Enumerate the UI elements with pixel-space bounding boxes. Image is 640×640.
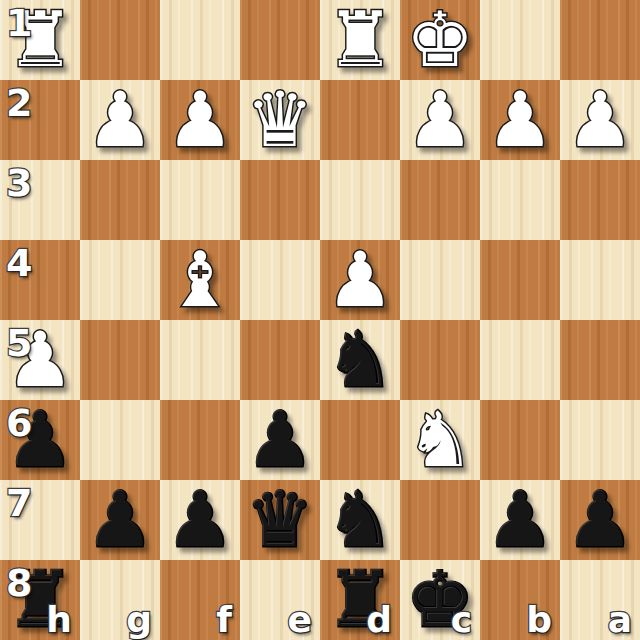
rank-label-8: 8 (6, 564, 32, 602)
piece-white-pawn[interactable]: ♟ (320, 240, 400, 320)
chess-board: 1♜♜♚2♟♟♛♟♟♟34♝♟5♟♞6♟♟♞7♟♟♛♞♟♟8h♜gfed♜c♚b… (0, 0, 640, 640)
square-a5[interactable] (560, 320, 640, 400)
piece-white-king[interactable]: ♚ (400, 0, 480, 80)
square-c4[interactable] (400, 240, 480, 320)
square-c1[interactable]: ♚ (400, 0, 480, 80)
square-h4[interactable]: 4 (0, 240, 80, 320)
square-b7[interactable]: ♟ (480, 480, 560, 560)
square-a8[interactable]: a (560, 560, 640, 640)
file-label-f: f (216, 602, 232, 638)
piece-white-knight[interactable]: ♞ (400, 400, 480, 480)
square-c2[interactable]: ♟ (400, 80, 480, 160)
square-e6[interactable]: ♟ (240, 400, 320, 480)
piece-black-pawn[interactable]: ♟ (240, 400, 320, 480)
square-d8[interactable]: d♜ (320, 560, 400, 640)
square-d6[interactable] (320, 400, 400, 480)
piece-white-queen[interactable]: ♛ (240, 80, 320, 160)
square-d2[interactable] (320, 80, 400, 160)
square-c5[interactable] (400, 320, 480, 400)
square-g6[interactable] (80, 400, 160, 480)
square-d3[interactable] (320, 160, 400, 240)
square-e8[interactable]: e (240, 560, 320, 640)
square-g4[interactable] (80, 240, 160, 320)
file-label-c: c (451, 602, 472, 638)
square-a3[interactable] (560, 160, 640, 240)
square-c6[interactable]: ♞ (400, 400, 480, 480)
square-f7[interactable]: ♟ (160, 480, 240, 560)
square-f3[interactable] (160, 160, 240, 240)
square-b5[interactable] (480, 320, 560, 400)
square-e3[interactable] (240, 160, 320, 240)
piece-black-pawn[interactable]: ♟ (480, 480, 560, 560)
square-h6[interactable]: 6♟ (0, 400, 80, 480)
square-h2[interactable]: 2 (0, 80, 80, 160)
square-g7[interactable]: ♟ (80, 480, 160, 560)
square-f8[interactable]: f (160, 560, 240, 640)
square-e2[interactable]: ♛ (240, 80, 320, 160)
piece-black-knight[interactable]: ♞ (320, 480, 400, 560)
square-b8[interactable]: b (480, 560, 560, 640)
square-c8[interactable]: c♚ (400, 560, 480, 640)
file-label-a: a (608, 602, 632, 638)
square-d1[interactable]: ♜ (320, 0, 400, 80)
square-b6[interactable] (480, 400, 560, 480)
rank-label-4: 4 (6, 244, 32, 282)
square-f2[interactable]: ♟ (160, 80, 240, 160)
file-label-g: g (126, 602, 152, 638)
square-a4[interactable] (560, 240, 640, 320)
square-h1[interactable]: 1♜ (0, 0, 80, 80)
piece-white-pawn[interactable]: ♟ (560, 80, 640, 160)
square-f5[interactable] (160, 320, 240, 400)
square-c7[interactable] (400, 480, 480, 560)
file-label-e: e (288, 602, 312, 638)
rank-label-7: 7 (6, 484, 32, 522)
rank-label-3: 3 (6, 164, 32, 202)
square-b3[interactable] (480, 160, 560, 240)
rank-label-5: 5 (6, 324, 32, 362)
square-d4[interactable]: ♟ (320, 240, 400, 320)
square-e1[interactable] (240, 0, 320, 80)
square-g2[interactable]: ♟ (80, 80, 160, 160)
piece-white-pawn[interactable]: ♟ (480, 80, 560, 160)
file-label-b: b (526, 602, 552, 638)
piece-black-pawn[interactable]: ♟ (80, 480, 160, 560)
square-b4[interactable] (480, 240, 560, 320)
square-h8[interactable]: 8h♜ (0, 560, 80, 640)
square-h3[interactable]: 3 (0, 160, 80, 240)
square-g8[interactable]: g (80, 560, 160, 640)
rank-label-1: 1 (6, 4, 32, 42)
square-a6[interactable] (560, 400, 640, 480)
piece-white-bishop[interactable]: ♝ (160, 240, 240, 320)
square-c3[interactable] (400, 160, 480, 240)
square-f4[interactable]: ♝ (160, 240, 240, 320)
piece-white-pawn[interactable]: ♟ (400, 80, 480, 160)
piece-black-queen[interactable]: ♛ (240, 480, 320, 560)
rank-label-2: 2 (6, 84, 32, 122)
square-g3[interactable] (80, 160, 160, 240)
square-e5[interactable] (240, 320, 320, 400)
piece-black-knight[interactable]: ♞ (320, 320, 400, 400)
piece-black-pawn[interactable]: ♟ (160, 480, 240, 560)
file-label-d: d (366, 602, 392, 638)
square-b2[interactable]: ♟ (480, 80, 560, 160)
square-d7[interactable]: ♞ (320, 480, 400, 560)
square-h5[interactable]: 5♟ (0, 320, 80, 400)
chess-board-container: 1♜♜♚2♟♟♛♟♟♟34♝♟5♟♞6♟♟♞7♟♟♛♞♟♟8h♜gfed♜c♚b… (0, 0, 640, 640)
square-a1[interactable] (560, 0, 640, 80)
piece-white-pawn[interactable]: ♟ (80, 80, 160, 160)
square-d5[interactable]: ♞ (320, 320, 400, 400)
rank-label-6: 6 (6, 404, 32, 442)
piece-black-pawn[interactable]: ♟ (560, 480, 640, 560)
square-b1[interactable] (480, 0, 560, 80)
piece-white-rook[interactable]: ♜ (320, 0, 400, 80)
square-f6[interactable] (160, 400, 240, 480)
square-f1[interactable] (160, 0, 240, 80)
square-h7[interactable]: 7 (0, 480, 80, 560)
square-a7[interactable]: ♟ (560, 480, 640, 560)
square-g5[interactable] (80, 320, 160, 400)
square-e4[interactable] (240, 240, 320, 320)
square-e7[interactable]: ♛ (240, 480, 320, 560)
square-a2[interactable]: ♟ (560, 80, 640, 160)
piece-white-pawn[interactable]: ♟ (160, 80, 240, 160)
square-g1[interactable] (80, 0, 160, 80)
file-label-h: h (46, 602, 72, 638)
